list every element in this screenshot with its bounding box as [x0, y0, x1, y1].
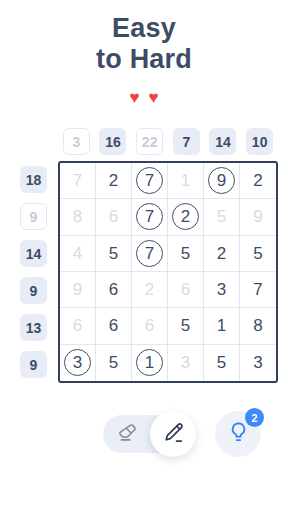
grid-cell-r1c5[interactable]: 9	[204, 163, 240, 199]
board-row-area: 189149139 727192867259457525962637666518…	[20, 161, 288, 383]
grid-cell-r3c5[interactable]: 2	[204, 236, 240, 272]
cell-number: 6	[145, 317, 154, 334]
cell-number: 6	[73, 317, 82, 334]
eraser-button[interactable]	[105, 415, 149, 453]
cell-number: 5	[109, 354, 118, 371]
col-sum-3: 22	[136, 128, 163, 155]
grid-cell-r2c2[interactable]: 6	[96, 199, 132, 235]
row-sum-1: 18	[20, 166, 47, 193]
cell-number: 3	[181, 354, 190, 371]
grid-cell-r4c6[interactable]: 7	[240, 272, 276, 308]
grid-cell-r6c1[interactable]: 3	[60, 345, 96, 381]
grid-cell-r3c4[interactable]: 5	[168, 236, 204, 272]
grid-cell-r2c5[interactable]: 5	[204, 199, 240, 235]
grid-cell-r6c4[interactable]: 3	[168, 345, 204, 381]
row-sum-5: 13	[20, 314, 47, 341]
grid-cell-r4c3[interactable]: 2	[132, 272, 168, 308]
grid-cell-r4c4[interactable]: 6	[168, 272, 204, 308]
cell-number: 3	[253, 354, 262, 371]
cell-number: 5	[181, 317, 190, 334]
circled-number: 7	[136, 240, 163, 267]
row-sums: 189149139	[20, 161, 47, 383]
grid-cell-r2c3[interactable]: 7	[132, 199, 168, 235]
pencil-button[interactable]	[150, 411, 196, 457]
col-sum-1: 3	[63, 128, 90, 155]
row-sum-6: 9	[20, 351, 47, 378]
col-sum-6: 10	[246, 128, 273, 155]
grid-cell-r1c2[interactable]: 2	[96, 163, 132, 199]
grid-cell-r5c5[interactable]: 1	[204, 308, 240, 344]
grid-cell-r1c3[interactable]: 7	[132, 163, 168, 199]
board: 3162271410 189149139 7271928672594575259…	[0, 128, 288, 383]
col-sum-5: 14	[209, 128, 236, 155]
toolbar: 2	[0, 410, 288, 458]
cell-number: 3	[217, 281, 226, 298]
grid-cell-r4c1[interactable]: 9	[60, 272, 96, 308]
col-sum-4: 7	[173, 128, 200, 155]
grid-cell-r2c4[interactable]: 2	[168, 199, 204, 235]
cell-number: 2	[253, 172, 262, 189]
number-grid: 727192867259457525962637666518351353	[58, 161, 278, 383]
heart-icon: ♥	[129, 89, 139, 106]
grid-cell-r1c4[interactable]: 1	[168, 163, 204, 199]
cell-number: 9	[253, 208, 262, 225]
lives: ♥♥	[0, 88, 288, 106]
column-sums: 3162271410	[58, 128, 278, 155]
circled-number: 7	[136, 203, 163, 230]
cell-number: 6	[181, 281, 190, 298]
cell-number: 5	[217, 208, 226, 225]
hint-count-badge: 2	[245, 408, 264, 427]
grid-cell-r2c6[interactable]: 9	[240, 199, 276, 235]
grid-cell-r6c6[interactable]: 3	[240, 345, 276, 381]
grid-cell-r4c2[interactable]: 6	[96, 272, 132, 308]
title-line1: Easy	[0, 13, 288, 44]
circled-number: 9	[208, 167, 235, 194]
cell-number: 1	[217, 317, 226, 334]
row-sum-3: 14	[20, 240, 47, 267]
grid-cell-r6c5[interactable]: 5	[204, 345, 240, 381]
title-line2: to Hard	[0, 44, 288, 75]
grid-cell-r1c6[interactable]: 2	[240, 163, 276, 199]
grid-cell-r3c1[interactable]: 4	[60, 236, 96, 272]
cell-number: 5	[109, 245, 118, 262]
cell-number: 2	[217, 245, 226, 262]
cell-number: 6	[109, 281, 118, 298]
grid-cell-r5c4[interactable]: 5	[168, 308, 204, 344]
cell-number: 8	[253, 317, 262, 334]
grid-cell-r3c6[interactable]: 5	[240, 236, 276, 272]
cell-number: 5	[181, 245, 190, 262]
row-sum-2: 9	[20, 203, 47, 230]
page-title: Easy to Hard	[0, 13, 288, 75]
cell-number: 1	[181, 172, 190, 189]
hint-button[interactable]: 2	[215, 411, 261, 457]
grid-cell-r6c3[interactable]: 1	[132, 345, 168, 381]
circled-number: 7	[136, 167, 163, 194]
cell-number: 6	[109, 317, 118, 334]
cell-number: 5	[253, 245, 262, 262]
cell-number: 8	[73, 208, 82, 225]
col-sum-2: 16	[99, 128, 126, 155]
grid-cell-r5c1[interactable]: 6	[60, 308, 96, 344]
grid-cell-r3c3[interactable]: 7	[132, 236, 168, 272]
grid-cell-r5c6[interactable]: 8	[240, 308, 276, 344]
eraser-icon	[116, 421, 139, 447]
cell-number: 4	[73, 245, 82, 262]
cell-number: 2	[109, 172, 118, 189]
tool-switcher	[103, 415, 193, 453]
grid-cell-r5c2[interactable]: 6	[96, 308, 132, 344]
grid-cell-r2c1[interactable]: 8	[60, 199, 96, 235]
grid-cell-r4c5[interactable]: 3	[204, 272, 240, 308]
cell-number: 9	[73, 281, 82, 298]
heart-icon: ♥	[149, 89, 159, 106]
grid-cell-r5c3[interactable]: 6	[132, 308, 168, 344]
pencil-icon	[161, 420, 186, 448]
lightbulb-icon	[226, 420, 251, 448]
grid-cell-r3c2[interactable]: 5	[96, 236, 132, 272]
cell-number: 7	[73, 172, 82, 189]
cell-number: 2	[145, 281, 154, 298]
grid-cell-r6c2[interactable]: 5	[96, 345, 132, 381]
circled-number: 1	[136, 349, 163, 376]
circled-number: 2	[172, 203, 199, 230]
cell-number: 6	[109, 208, 118, 225]
cell-number: 5	[217, 354, 226, 371]
row-sum-4: 9	[20, 277, 47, 304]
circled-number: 3	[64, 349, 91, 376]
cell-number: 7	[253, 281, 262, 298]
grid-cell-r1c1[interactable]: 7	[60, 163, 96, 199]
